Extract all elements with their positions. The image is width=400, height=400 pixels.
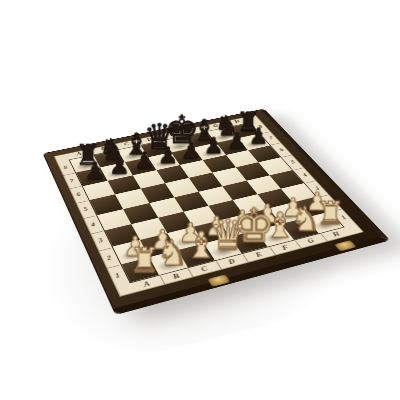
square-e4[interactable] — [198, 186, 233, 206]
square-h6[interactable] — [248, 145, 281, 162]
black-pawn[interactable]: ♟ — [134, 149, 155, 172]
product-photo-scene: ABCDEFGH ABCDEFGH 87654321 87654321 ♜♞♝♛… — [0, 0, 400, 400]
white-rook[interactable]: ♜ — [129, 243, 160, 278]
white-knight[interactable]: ♞ — [157, 235, 189, 270]
white-bishop[interactable]: ♝ — [185, 227, 217, 263]
black-pawn[interactable]: ♟ — [249, 125, 269, 147]
black-pawn[interactable]: ♟ — [85, 159, 106, 183]
black-pawn[interactable]: ♟ — [181, 139, 201, 162]
black-pawn[interactable]: ♟ — [226, 130, 246, 152]
square-b6[interactable] — [108, 175, 141, 194]
black-pawn[interactable]: ♟ — [204, 135, 224, 157]
black-pawn[interactable]: ♟ — [158, 144, 178, 167]
black-pawn[interactable]: ♟ — [109, 154, 130, 177]
